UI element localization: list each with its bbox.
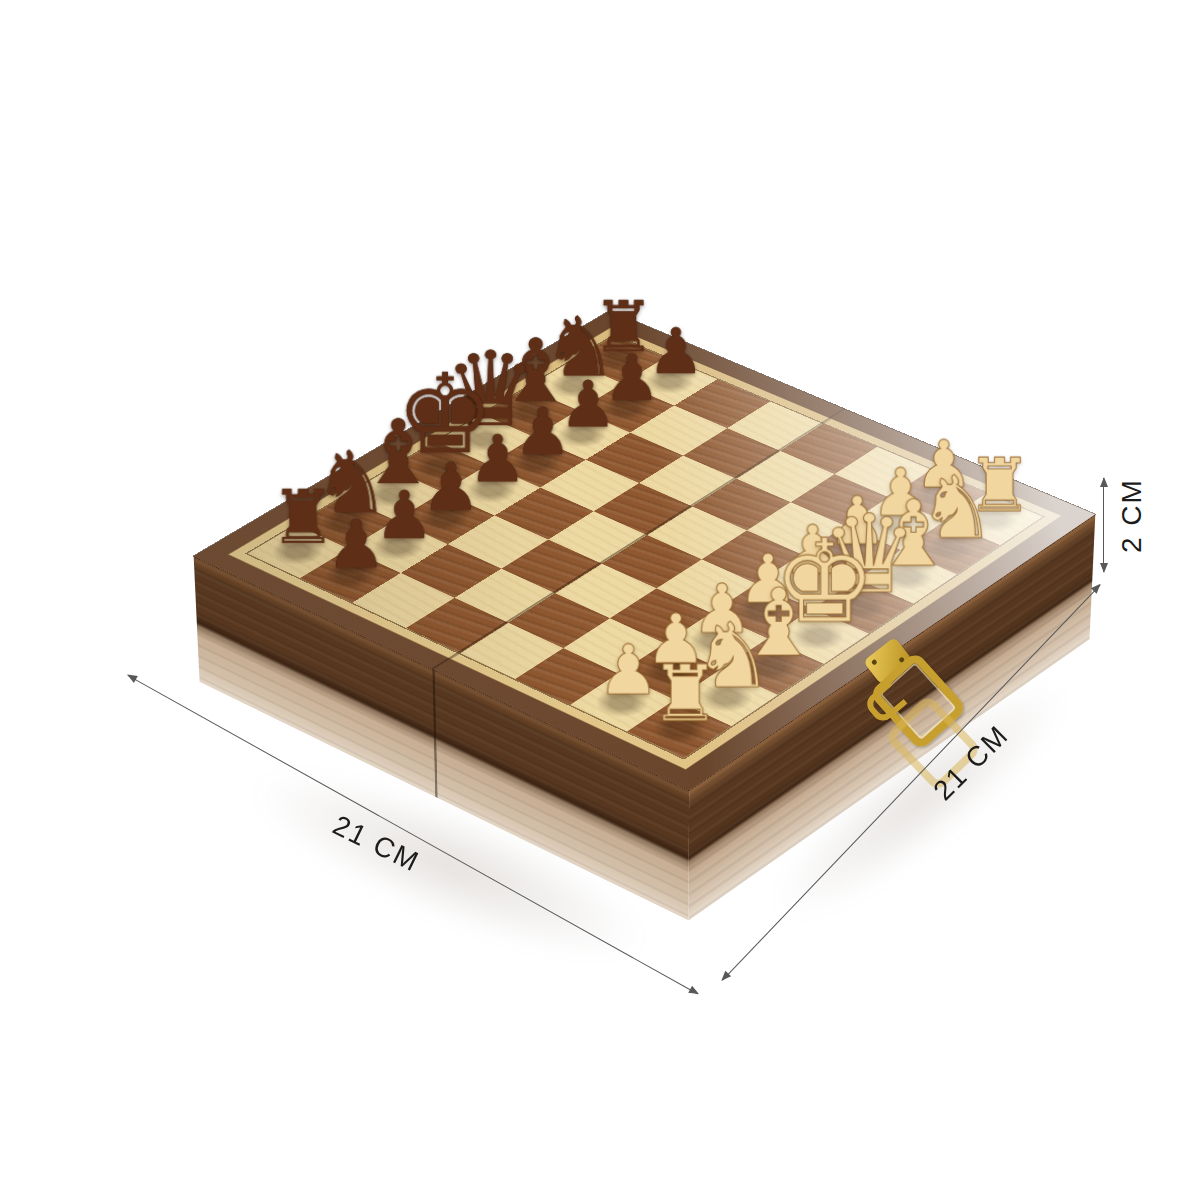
box-fold-seam-side [432,669,437,798]
height-dimension-line [1103,478,1104,572]
piece-glyph: ♜ [612,654,759,732]
width-dimension-label: 21 CM [328,809,425,878]
chess-board: ♜♞♝♚♛♝♞♜♟♟♟♟♟♟♟♟♟♟♟♟♟♟♟♟♜♞♝♚♛♝♞♜ [194,310,1096,790]
piece-glyph: ♟ [285,512,427,579]
height-dimension-label: 2 CM [1116,483,1148,553]
product-photo-scene: ♜♞♝♚♛♝♞♜♟♟♟♟♟♟♟♟♟♟♟♟♟♟♟♟♜♞♝♚♛♝♞♜ 21 CM 2… [0,0,1200,1200]
